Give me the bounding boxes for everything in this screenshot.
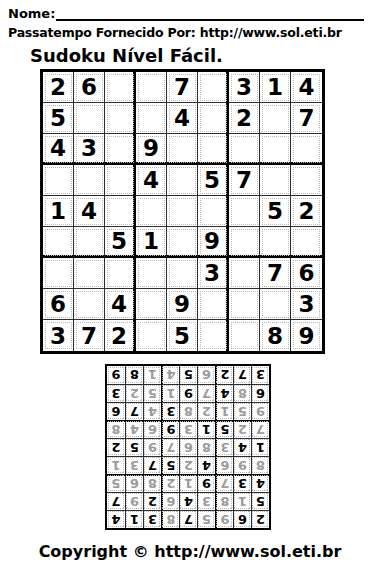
puzzle-cell-r5c5[interactable] (167, 196, 198, 227)
puzzle-cell-r3c8[interactable] (260, 134, 291, 165)
page-title: Sudoku Nível Fácil. (30, 45, 372, 66)
puzzle-cell-r8c6[interactable] (198, 289, 229, 320)
puzzle-cell-r6c4: 1 (136, 227, 167, 258)
solution-cell-r2c8: 9 (125, 492, 143, 510)
puzzle-cell-r9c1: 3 (43, 320, 74, 351)
solution-cell-r6c1: 7 (251, 420, 269, 438)
puzzle-cell-r5c2: 4 (74, 196, 105, 227)
puzzle-cell-r8c8[interactable] (260, 289, 291, 320)
solution-cell-r8c5: 9 (179, 384, 197, 402)
solution-cell-r4c1: 8 (251, 456, 269, 474)
puzzle-cell-r6c3: 5 (105, 227, 136, 258)
solution-cell-r2c2: 1 (233, 492, 251, 510)
puzzle-cell-r3c2: 3 (74, 134, 105, 165)
solution-cell-r5c1: 1 (251, 438, 269, 456)
puzzle-cell-r6c6: 9 (198, 227, 229, 258)
solution-cell-r5c5: 6 (179, 438, 197, 456)
puzzle-cell-r9c2: 7 (74, 320, 105, 351)
puzzle-cell-r3c4: 9 (136, 134, 167, 165)
solution-cell-r6c4: 1 (197, 420, 215, 438)
puzzle-cell-r1c9: 4 (291, 72, 322, 103)
puzzle-cell-r8c7[interactable] (229, 289, 260, 320)
provided-by-text: Passatempo Fornecido Por: http://www.sol… (8, 25, 372, 40)
solution-cell-r4c3: 6 (215, 456, 233, 474)
solution-cell-r4c7: 7 (143, 456, 161, 474)
solution-cell-r8c1: 6 (251, 384, 269, 402)
puzzle-cell-r8c5: 9 (167, 289, 198, 320)
puzzle-cell-r1c5: 7 (167, 72, 198, 103)
solution-cell-r8c2: 8 (233, 384, 251, 402)
solution-cell-r3c3: 7 (215, 474, 233, 492)
puzzle-cell-r6c9[interactable] (291, 227, 322, 258)
solution-cell-r3c8: 6 (125, 474, 143, 492)
puzzle-cell-r7c1[interactable] (43, 258, 74, 289)
solution-cell-r3c1: 4 (251, 474, 269, 492)
solution-cell-r2c3: 8 (215, 492, 233, 510)
solution-cell-r1c9: 4 (107, 510, 125, 528)
copyright-text: Copyright © http://www.sol.eti.br (8, 542, 372, 561)
puzzle-cell-r2c1: 5 (43, 103, 74, 134)
puzzle-cell-r4c2[interactable] (74, 165, 105, 196)
puzzle-cell-r2c5: 4 (167, 103, 198, 134)
solution-cell-r7c2: 5 (233, 402, 251, 420)
puzzle-cell-r6c8[interactable] (260, 227, 291, 258)
solution-cell-r5c7: 9 (143, 438, 161, 456)
puzzle-cell-r1c1: 2 (43, 72, 74, 103)
puzzle-cell-r7c4[interactable] (136, 258, 167, 289)
puzzle-cell-r2c6[interactable] (198, 103, 229, 134)
puzzle-cell-r2c2[interactable] (74, 103, 105, 134)
puzzle-cell-r6c1[interactable] (43, 227, 74, 258)
puzzle-cell-r2c9: 7 (291, 103, 322, 134)
puzzle-cell-r8c4[interactable] (136, 289, 167, 320)
solution-cell-r5c9: 2 (107, 438, 125, 456)
solution-cell-r2c6: 6 (161, 492, 179, 510)
solution-cell-r6c5: 3 (179, 420, 197, 438)
puzzle-cell-r5c4[interactable] (136, 196, 167, 227)
puzzle-cell-r7c3[interactable] (105, 258, 136, 289)
puzzle-cell-r7c8: 7 (260, 258, 291, 289)
puzzle-cell-r1c4[interactable] (136, 72, 167, 103)
puzzle-cell-r3c6[interactable] (198, 134, 229, 165)
puzzle-cell-r4c1[interactable] (43, 165, 74, 196)
solution-cell-r4c6: 5 (161, 456, 179, 474)
solution-cell-r4c2: 9 (233, 456, 251, 474)
puzzle-cell-r8c1: 6 (43, 289, 74, 320)
solution-cell-r5c2: 4 (233, 438, 251, 456)
puzzle-cell-r9c9: 9 (291, 320, 322, 351)
puzzle-cell-r3c5[interactable] (167, 134, 198, 165)
puzzle-cell-r2c4[interactable] (136, 103, 167, 134)
puzzle-cell-r4c6: 5 (198, 165, 229, 196)
solution-cell-r3c6: 2 (161, 474, 179, 492)
puzzle-cell-r8c9: 3 (291, 289, 322, 320)
solution-cell-r2c7: 2 (143, 492, 161, 510)
solution-cell-r1c4: 5 (197, 510, 215, 528)
puzzle-cell-r4c4: 4 (136, 165, 167, 196)
solution-cell-r2c9: 7 (107, 492, 125, 510)
puzzle-cell-r7c9: 6 (291, 258, 322, 289)
puzzle-cell-r5c3[interactable] (105, 196, 136, 227)
puzzle-cell-r9c7[interactable] (229, 320, 260, 351)
solution-cell-r7c6: 3 (161, 402, 179, 420)
solution-cell-r9c8: 8 (125, 366, 143, 384)
solution-cell-r8c4: 7 (197, 384, 215, 402)
solution-cell-r7c7: 4 (143, 402, 161, 420)
solution-cell-r3c5: 1 (179, 474, 197, 492)
solution-cell-r1c7: 3 (143, 510, 161, 528)
puzzle-cell-r4c8[interactable] (260, 165, 291, 196)
puzzle-cell-r8c2[interactable] (74, 289, 105, 320)
puzzle-cell-r1c7: 3 (229, 72, 260, 103)
puzzle-cell-r4c7: 7 (229, 165, 260, 196)
worksheet-page: Nome: Passatempo Fornecido Por: http://w… (0, 0, 380, 561)
solution-cell-r8c8: 2 (125, 384, 143, 402)
puzzle-cell-r1c8: 1 (260, 72, 291, 103)
solution-cell-r9c5: 5 (179, 366, 197, 384)
solution-cell-r6c7: 6 (143, 420, 161, 438)
solution-cell-r6c2: 2 (233, 420, 251, 438)
puzzle-cell-r2c7: 2 (229, 103, 260, 134)
puzzle-cell-r5c8: 5 (260, 196, 291, 227)
name-row: Nome: (8, 4, 372, 21)
solution-cell-r7c3: 1 (215, 402, 233, 420)
sudoku-solution-grid-rotated: 2695783145183462974379128658964257311438… (105, 364, 271, 530)
solution-cell-r9c7: 1 (143, 366, 161, 384)
solution-cell-r7c8: 7 (125, 402, 143, 420)
sudoku-puzzle-grid[interactable]: 267314542743945714525193766493372589 (40, 69, 325, 354)
puzzle-cell-r9c4[interactable] (136, 320, 167, 351)
puzzle-cell-r3c9[interactable] (291, 134, 322, 165)
puzzle-cell-r9c3: 2 (105, 320, 136, 351)
solution-cell-r2c1: 5 (251, 492, 269, 510)
solution-cell-r6c8: 4 (125, 420, 143, 438)
solution-cell-r1c6: 8 (161, 510, 179, 528)
puzzle-cell-r9c6[interactable] (198, 320, 229, 351)
solution-cell-r4c5: 2 (179, 456, 197, 474)
solution-cell-r7c9: 6 (107, 402, 125, 420)
solution-cell-r3c4: 9 (197, 474, 215, 492)
solution-cell-r3c7: 8 (143, 474, 161, 492)
puzzle-cell-r4c3[interactable] (105, 165, 136, 196)
name-label: Nome: (8, 6, 55, 21)
solution-cell-r9c9: 9 (107, 366, 125, 384)
solution-cell-r8c6: 1 (161, 384, 179, 402)
solution-cell-r2c4: 3 (197, 492, 215, 510)
solution-cell-r3c9: 5 (107, 474, 125, 492)
puzzle-cell-r8c3: 4 (105, 289, 136, 320)
solution-cell-r4c4: 4 (197, 456, 215, 474)
puzzle-cell-r5c1: 1 (43, 196, 74, 227)
solution-cell-r7c1: 9 (251, 402, 269, 420)
solution-cell-r9c3: 2 (215, 366, 233, 384)
solution-cell-r7c5: 8 (179, 402, 197, 420)
puzzle-cell-r3c3[interactable] (105, 134, 136, 165)
solution-cell-r3c2: 3 (233, 474, 251, 492)
puzzle-cell-r6c5[interactable] (167, 227, 198, 258)
solution-cell-r8c9: 3 (107, 384, 125, 402)
solution-cell-r1c1: 2 (251, 510, 269, 528)
solution-cell-r4c9: 1 (107, 456, 125, 474)
puzzle-cell-r7c7[interactable] (229, 258, 260, 289)
solution-cell-r5c8: 5 (125, 438, 143, 456)
puzzle-cell-r5c9: 2 (291, 196, 322, 227)
solution-cell-r7c4: 2 (197, 402, 215, 420)
puzzle-cell-r2c3[interactable] (105, 103, 136, 134)
solution-cell-r5c3: 3 (215, 438, 233, 456)
solution-cell-r1c8: 1 (125, 510, 143, 528)
puzzle-cell-r6c7[interactable] (229, 227, 260, 258)
solution-cell-r9c2: 7 (233, 366, 251, 384)
puzzle-cell-r7c6: 3 (198, 258, 229, 289)
puzzle-cell-r9c8: 8 (260, 320, 291, 351)
puzzle-cell-r5c6[interactable] (198, 196, 229, 227)
solution-cell-r6c3: 5 (215, 420, 233, 438)
puzzle-cell-r1c3[interactable] (105, 72, 136, 103)
solution-cell-r6c9: 8 (107, 420, 125, 438)
puzzle-cell-r7c5[interactable] (167, 258, 198, 289)
solution-cell-r2c5: 4 (179, 492, 197, 510)
puzzle-cell-r1c2: 6 (74, 72, 105, 103)
solution-cell-r1c5: 7 (179, 510, 197, 528)
solution-cell-r9c6: 4 (161, 366, 179, 384)
puzzle-cell-r9c5: 5 (167, 320, 198, 351)
puzzle-cell-r4c5[interactable] (167, 165, 198, 196)
puzzle-cell-r2c8[interactable] (260, 103, 291, 134)
puzzle-cell-r3c7[interactable] (229, 134, 260, 165)
solution-cell-r1c3: 9 (215, 510, 233, 528)
solution-cell-r5c6: 7 (161, 438, 179, 456)
solution-cell-r1c2: 6 (233, 510, 251, 528)
solution-cell-r9c1: 3 (251, 366, 269, 384)
puzzle-cell-r4c9[interactable] (291, 165, 322, 196)
name-fill-in-line[interactable] (56, 6, 364, 21)
solution-cell-r6c6: 9 (161, 420, 179, 438)
solution-cell-r8c3: 4 (215, 384, 233, 402)
puzzle-cell-r3c1: 4 (43, 134, 74, 165)
puzzle-cell-r7c2[interactable] (74, 258, 105, 289)
puzzle-cell-r6c2[interactable] (74, 227, 105, 258)
puzzle-cell-r1c6[interactable] (198, 72, 229, 103)
solution-cell-r8c7: 5 (143, 384, 161, 402)
puzzle-cell-r5c7[interactable] (229, 196, 260, 227)
solution-cell-r5c4: 8 (197, 438, 215, 456)
solution-cell-r4c8: 3 (125, 456, 143, 474)
solution-cell-r9c4: 6 (197, 366, 215, 384)
